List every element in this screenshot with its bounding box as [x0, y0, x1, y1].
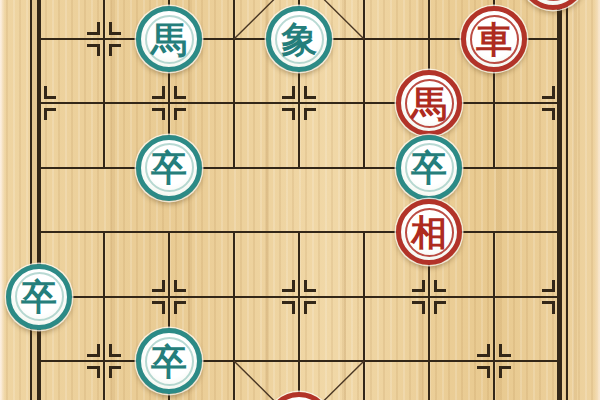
xiangqi-board: 馬象車馬卒卒相卒卒 [0, 0, 600, 400]
piece-character: 馬 [151, 21, 187, 58]
piece-character: 卒 [21, 278, 57, 315]
pieces-layer: 馬象車馬卒卒相卒卒 [0, 0, 600, 400]
piece-character: 象 [281, 21, 317, 58]
piece-black-soldier-4[interactable]: 卒 [136, 328, 202, 394]
piece-red-chariot[interactable]: 車 [461, 6, 527, 72]
piece-red-elephant[interactable]: 相 [396, 199, 462, 265]
piece-red-unknown-top[interactable] [520, 0, 586, 10]
piece-red-unknown-bottom[interactable] [266, 392, 332, 400]
piece-black-horse[interactable]: 馬 [136, 6, 202, 72]
piece-character: 馬 [411, 85, 447, 122]
piece-black-soldier-1[interactable]: 卒 [136, 135, 202, 201]
piece-character: 卒 [151, 343, 187, 380]
piece-red-horse[interactable]: 馬 [396, 70, 462, 136]
piece-character: 卒 [411, 149, 447, 186]
piece-character: 車 [476, 21, 512, 58]
piece-black-soldier-2[interactable]: 卒 [396, 135, 462, 201]
piece-black-elephant[interactable]: 象 [266, 6, 332, 72]
piece-character: 卒 [151, 149, 187, 186]
piece-black-soldier-3[interactable]: 卒 [6, 264, 72, 330]
piece-character: 相 [411, 214, 447, 251]
